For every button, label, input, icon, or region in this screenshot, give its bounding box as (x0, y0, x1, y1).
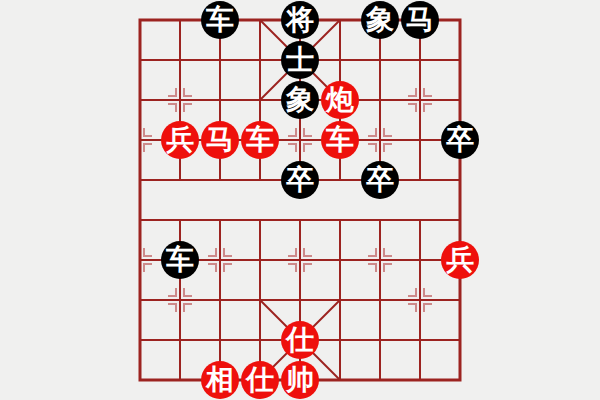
app-background: 车将象马士象炮兵马车车卒卒卒车兵仕相仕帅 (0, 0, 600, 400)
board-intersection: 卒 (360, 160, 400, 200)
piece-red-advisor[interactable]: 仕 (241, 361, 279, 399)
board-intersection: 相 (200, 360, 240, 400)
board-intersection: 车 (240, 120, 280, 160)
piece-black-chariot[interactable]: 车 (201, 1, 239, 39)
piece-red-chariot[interactable]: 车 (241, 121, 279, 159)
piece-black-soldier[interactable]: 卒 (281, 161, 319, 199)
piece-black-elephant[interactable]: 象 (281, 81, 319, 119)
piece-black-chariot[interactable]: 车 (161, 241, 199, 279)
board-intersection: 仕 (240, 360, 280, 400)
piece-red-cannon[interactable]: 炮 (321, 81, 359, 119)
board-intersection: 车 (160, 240, 200, 280)
board-intersection: 帅 (280, 360, 320, 400)
board-intersection: 炮 (320, 80, 360, 120)
board-intersection: 仕 (280, 320, 320, 360)
piece-red-chariot[interactable]: 车 (321, 121, 359, 159)
board-intersection: 兵 (160, 120, 200, 160)
piece-red-advisor[interactable]: 仕 (281, 321, 319, 359)
piece-red-soldier[interactable]: 兵 (161, 121, 199, 159)
board-intersection: 象 (280, 80, 320, 120)
piece-black-general[interactable]: 将 (281, 1, 319, 39)
board-grid: 车将象马士象炮兵马车车卒卒卒车兵仕相仕帅 (120, 0, 480, 400)
board-intersection: 将 (280, 0, 320, 40)
board-intersection: 马 (200, 120, 240, 160)
piece-red-soldier[interactable]: 兵 (441, 241, 479, 279)
board-intersection: 兵 (440, 240, 480, 280)
board-intersection: 马 (400, 0, 440, 40)
piece-black-horse[interactable]: 马 (401, 1, 439, 39)
board-intersection: 卒 (440, 120, 480, 160)
board-intersection: 象 (360, 0, 400, 40)
piece-red-general[interactable]: 帅 (281, 361, 319, 399)
piece-black-elephant[interactable]: 象 (361, 1, 399, 39)
piece-black-advisor[interactable]: 士 (281, 41, 319, 79)
piece-black-soldier[interactable]: 卒 (361, 161, 399, 199)
piece-black-soldier[interactable]: 卒 (441, 121, 479, 159)
xiangqi-board[interactable]: 车将象马士象炮兵马车车卒卒卒车兵仕相仕帅 (0, 0, 600, 400)
piece-red-elephant[interactable]: 相 (201, 361, 239, 399)
board-intersection: 卒 (280, 160, 320, 200)
board-intersection: 士 (280, 40, 320, 80)
piece-red-horse[interactable]: 马 (201, 121, 239, 159)
board-intersection: 车 (320, 120, 360, 160)
board-intersection: 车 (200, 0, 240, 40)
